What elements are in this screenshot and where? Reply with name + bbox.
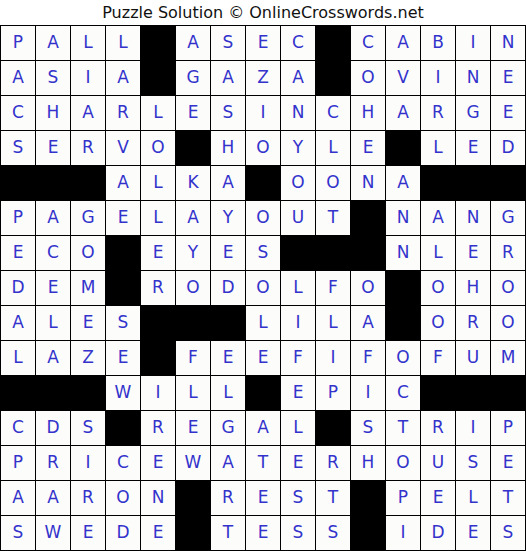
cell-r6c8: O [246,201,280,235]
cell-letter: I [295,314,300,331]
cell-r11c11: I [351,376,385,410]
cell-letter: O [256,209,269,226]
cell-r12c13: R [421,411,455,445]
cell-letter: P [503,419,513,436]
cell-r14c13: E [421,481,455,515]
cell-r2c11: O [351,61,385,95]
cell-r9c8: L [246,306,280,340]
cell-letter: N [362,174,375,191]
cell-r2c3: I [71,61,105,95]
cell-r2c4: A [106,61,140,95]
cell-r11c12: C [386,376,420,410]
cell-letter: H [47,104,60,121]
cell-letter: L [83,34,92,51]
cell-r15c12: I [386,516,420,550]
cell-r8c13: O [421,271,455,305]
cell-letter: E [258,349,269,366]
cell-letter: Y [223,209,233,226]
black-cell-r4c6 [176,131,210,165]
cell-letter: V [397,69,409,86]
cell-letter: M [501,349,516,366]
cell-letter: C [117,454,129,471]
cell-letter: A [12,314,24,331]
cell-r11c7: L [211,376,245,410]
cell-letter: A [257,419,269,436]
cell-r1c13: B [421,26,455,60]
cell-letter: L [153,209,162,226]
cell-letter: S [293,489,304,506]
cell-letter: T [328,489,338,506]
cell-letter: E [363,139,374,156]
cell-letter: O [151,139,164,156]
cell-r2c12: V [386,61,420,95]
cell-letter: P [398,489,408,506]
cell-r8c1: D [1,271,35,305]
cell-letter: L [293,279,302,296]
cell-r15c3: E [71,516,105,550]
cell-r3c13: R [421,96,455,130]
cell-r13c7: A [211,446,245,480]
cell-letter: L [153,174,162,191]
cell-letter: S [468,454,479,471]
cell-r13c15: E [491,446,525,480]
cell-r2c15: E [491,61,525,95]
cell-letter: E [153,524,164,541]
cell-letter: A [222,454,234,471]
cell-r14c7: R [211,481,245,515]
cell-r13c12: O [386,446,420,480]
cell-letter: N [397,244,410,261]
black-cell-r11c3 [71,376,105,410]
cell-letter: F [188,349,198,366]
cell-r12c7: G [211,411,245,445]
cell-letter: A [82,104,94,121]
cell-r9c4: S [106,306,140,340]
cell-letter: S [48,69,59,86]
cell-letter: E [503,104,514,121]
cell-letter: B [432,34,444,51]
cell-r11c9: E [281,376,315,410]
cell-r12c12: T [386,411,420,445]
black-cell-r5c2 [36,166,70,200]
cell-letter: Y [188,244,198,261]
cell-r11c6: L [176,376,210,410]
black-cell-r5c15 [491,166,525,200]
crossword-grid: PALLASECCABINASIAGAZAOVINECHARLESINCHARG… [0,25,526,551]
cell-letter: E [293,454,304,471]
cell-letter: U [292,209,304,226]
cell-letter: L [293,419,302,436]
cell-r3c6: E [176,96,210,130]
cell-r5c10: O [316,166,350,200]
cell-r2c13: I [421,61,455,95]
cell-r1c4: L [106,26,140,60]
cell-letter: G [221,419,234,436]
cell-letter: T [398,419,408,436]
cell-r15c1: S [1,516,35,550]
cell-letter: I [330,349,335,366]
cell-letter: I [470,419,475,436]
cell-letter: A [47,209,59,226]
black-cell-r11c8 [246,376,280,410]
cell-r3c15: E [491,96,525,130]
cell-r2c2: S [36,61,70,95]
cell-letter: S [13,139,24,156]
cell-r15c14: E [456,516,490,550]
cell-r3c10: C [316,96,350,130]
cell-r14c12: P [386,481,420,515]
cell-r13c2: R [36,446,70,480]
cell-r10c12: O [386,341,420,375]
cell-r13c11: H [351,446,385,480]
cell-letter: A [222,174,234,191]
cell-r8c6: O [176,271,210,305]
cell-letter: O [186,279,199,296]
cell-r10c10: I [316,341,350,375]
cell-r6c6: A [176,201,210,235]
cell-letter: U [432,454,444,471]
cell-letter: Z [257,69,269,86]
cell-r12c14: I [456,411,490,445]
cell-r14c3: R [71,481,105,515]
cell-letter: G [501,209,514,226]
cell-r12c11: S [351,411,385,445]
cell-letter: C [12,104,24,121]
cell-letter: G [186,69,199,86]
cell-r8c8: O [246,271,280,305]
cell-r15c2: W [36,516,70,550]
cell-letter: G [81,209,94,226]
cell-r6c10: T [316,201,350,235]
cell-letter: O [396,454,409,471]
black-cell-r14c11 [351,481,385,515]
cell-r3c11: H [351,96,385,130]
cell-letter: O [431,279,444,296]
black-cell-r5c1 [1,166,35,200]
cell-letter: L [153,104,162,121]
cell-letter: D [221,279,234,296]
cell-r10c14: U [456,341,490,375]
cell-letter: T [258,454,268,471]
cell-r15c5: E [141,516,175,550]
cell-r4c8: O [246,131,280,165]
cell-letter: H [222,139,235,156]
cell-letter: E [13,244,24,261]
cell-r12c6: E [176,411,210,445]
cell-r12c9: L [281,411,315,445]
cell-letter: D [46,419,59,436]
cell-letter: O [396,349,409,366]
cell-r9c9: I [281,306,315,340]
cell-r12c8: A [246,411,280,445]
cell-letter: L [13,349,22,366]
cell-r3c9: N [281,96,315,130]
cell-letter: S [258,244,269,261]
cell-r7c15: R [491,236,525,270]
cell-letter: D [11,279,24,296]
cell-r1c11: C [351,26,385,60]
cell-r8c9: L [281,271,315,305]
cell-letter: M [81,279,96,296]
cell-r2c8: Z [246,61,280,95]
cell-letter: O [431,314,444,331]
cell-letter: I [435,69,440,86]
cell-r13c9: E [281,446,315,480]
cell-letter: C [12,419,24,436]
cell-r10c11: F [351,341,385,375]
cell-r4c4: V [106,131,140,165]
black-cell-r15c11 [351,516,385,550]
cell-r13c14: S [456,446,490,480]
cell-r1c8: E [246,26,280,60]
cell-letter: G [466,104,479,121]
cell-r9c10: L [316,306,350,340]
cell-letter: A [12,489,24,506]
cell-letter: H [362,104,375,121]
cell-letter: I [400,524,405,541]
cell-letter: A [397,174,409,191]
cell-r8c15: O [491,271,525,305]
cell-letter: P [13,34,23,51]
black-cell-r2c10 [316,61,350,95]
cell-r5c4: A [106,166,140,200]
cell-letter: W [45,524,62,541]
cell-letter: N [397,209,410,226]
black-cell-r11c13 [421,376,455,410]
black-cell-r5c13 [421,166,455,200]
cell-r7c1: E [1,236,35,270]
cell-letter: E [48,139,59,156]
cell-r4c3: R [71,131,105,165]
cell-letter: I [260,104,265,121]
cell-r12c5: R [141,411,175,445]
cell-letter: H [467,279,480,296]
cell-r9c2: L [36,306,70,340]
cell-letter: S [118,314,129,331]
cell-letter: D [116,524,129,541]
cell-r1c14: I [456,26,490,60]
cell-r14c14: L [456,481,490,515]
cell-r3c3: A [71,96,105,130]
cell-r4c7: H [211,131,245,165]
cell-letter: A [187,209,199,226]
cell-r13c6: W [176,446,210,480]
cell-letter: A [187,34,199,51]
cell-letter: F [293,349,303,366]
cell-r3c4: R [106,96,140,130]
cell-r15c10: S [316,516,350,550]
cell-letter: C [47,244,59,261]
cell-letter: F [363,349,373,366]
cell-letter: L [188,384,197,401]
cell-letter: R [222,489,234,506]
cell-r7c14: E [456,236,490,270]
cell-r4c1: S [1,131,35,165]
cell-letter: O [326,174,339,191]
cell-letter: P [328,384,338,401]
cell-letter: N [292,104,305,121]
cell-letter: N [467,209,480,226]
cell-r8c10: F [316,271,350,305]
cell-letter: E [503,69,514,86]
cell-letter: E [223,244,234,261]
cell-letter: A [222,69,234,86]
black-cell-r9c7 [211,306,245,340]
cell-r1c1: P [1,26,35,60]
black-cell-r12c4 [106,411,140,445]
cell-r15c7: T [211,516,245,550]
cell-r13c4: C [106,446,140,480]
cell-letter: A [397,34,409,51]
cell-letter: F [433,349,443,366]
cell-letter: O [501,279,514,296]
cell-letter: D [501,139,514,156]
cell-letter: E [258,489,269,506]
cell-r13c5: E [141,446,175,480]
cell-r7c7: E [211,236,245,270]
cell-letter: E [503,454,514,471]
cell-r9c3: E [71,306,105,340]
cell-letter: S [503,524,514,541]
cell-letter: O [361,69,374,86]
cell-letter: A [362,314,374,331]
cell-letter: S [223,34,234,51]
cell-r15c13: D [421,516,455,550]
black-cell-r7c4 [106,236,140,270]
cell-letter: E [468,524,479,541]
cell-letter: D [431,524,444,541]
cell-r3c1: C [1,96,35,130]
cell-r6c9: U [281,201,315,235]
cell-letter: L [118,34,127,51]
cell-r14c1: A [1,481,35,515]
cell-letter: T [223,524,233,541]
cell-r14c2: A [36,481,70,515]
cell-letter: L [328,314,337,331]
cell-letter: C [362,34,374,51]
cell-r15c8: E [246,516,280,550]
cell-letter: E [118,209,129,226]
cell-letter: L [258,314,267,331]
cell-r2c1: A [1,61,35,95]
cell-letter: E [468,139,479,156]
cell-letter: P [13,209,23,226]
cell-r3c7: S [211,96,245,130]
cell-r3c12: A [386,96,420,130]
cell-r11c10: P [316,376,350,410]
cell-letter: R [82,489,94,506]
cell-letter: S [328,524,339,541]
cell-letter: S [363,419,374,436]
cell-r13c1: P [1,446,35,480]
cell-r3c5: L [141,96,175,130]
cell-letter: F [328,279,338,296]
cell-letter: I [365,384,370,401]
cell-letter: T [328,209,338,226]
black-cell-r8c4 [106,271,140,305]
cell-r5c11: N [351,166,385,200]
cell-letter: S [223,104,234,121]
cell-letter: S [293,524,304,541]
cell-letter: Z [82,349,94,366]
cell-r1c7: S [211,26,245,60]
cell-letter: A [117,174,129,191]
cell-letter: O [81,244,94,261]
black-cell-r8c12 [386,271,420,305]
cell-r7c8: S [246,236,280,270]
cell-letter: W [185,454,202,471]
cell-r10c2: A [36,341,70,375]
cell-letter: V [117,139,129,156]
cell-letter: U [467,349,479,366]
cell-r12c2: D [36,411,70,445]
cell-letter: N [502,34,515,51]
cell-r10c9: F [281,341,315,375]
cell-r6c7: Y [211,201,245,235]
cell-letter: E [153,454,164,471]
cell-r1c2: A [36,26,70,60]
cell-r13c3: I [71,446,105,480]
page-title: Puzzle Solution © OnlineCrosswords.net [0,0,526,25]
cell-r4c10: L [316,131,350,165]
cell-r14c8: E [246,481,280,515]
cell-letter: I [470,34,475,51]
cell-r1c12: A [386,26,420,60]
cell-r4c13: L [421,131,455,165]
cell-r14c9: S [281,481,315,515]
cell-letter: I [85,454,90,471]
cell-letter: E [433,489,444,506]
cell-r2c14: N [456,61,490,95]
cell-r11c4: W [106,376,140,410]
cell-letter: A [292,69,304,86]
cell-letter: O [361,279,374,296]
cell-r9c11: A [351,306,385,340]
cell-r10c4: E [106,341,140,375]
cell-r13c8: T [246,446,280,480]
cell-r5c7: A [211,166,245,200]
cell-letter: A [47,489,59,506]
cell-letter: A [12,69,24,86]
cell-r9c15: O [491,306,525,340]
cell-r8c11: O [351,271,385,305]
cell-r1c3: L [71,26,105,60]
cell-letter: L [223,384,232,401]
cell-r3c8: I [246,96,280,130]
cell-r5c12: A [386,166,420,200]
cell-r5c9: O [281,166,315,200]
black-cell-r10c5 [141,341,175,375]
cell-letter: R [47,454,59,471]
cell-letter: E [48,279,59,296]
cell-r8c2: E [36,271,70,305]
cell-r12c15: P [491,411,525,445]
black-cell-r4c12 [386,131,420,165]
cell-r7c3: O [71,236,105,270]
black-cell-r9c6 [176,306,210,340]
cell-letter: O [256,139,269,156]
cell-letter: Y [293,139,303,156]
cell-letter: R [432,419,444,436]
cell-letter: O [291,174,304,191]
cell-r15c15: S [491,516,525,550]
cell-r10c7: E [211,341,245,375]
black-cell-r11c14 [456,376,490,410]
cell-r10c1: L [1,341,35,375]
black-cell-r6c11 [351,201,385,235]
cell-r14c10: T [316,481,350,515]
cell-r7c5: E [141,236,175,270]
